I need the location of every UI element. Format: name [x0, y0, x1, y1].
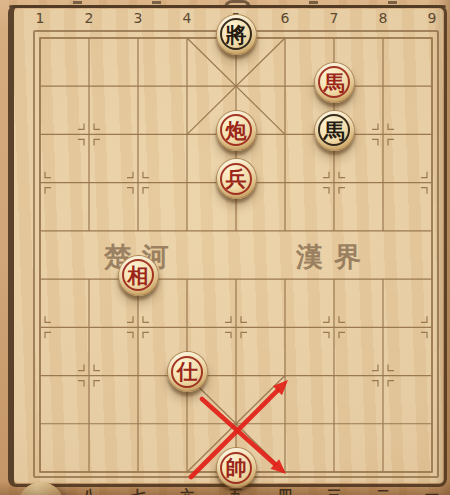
xiangqi-app-screen: 123456789九八七六五四三二一 楚河 漢界 將馬炮馬兵相仕帥 [0, 0, 450, 495]
move-annotation-arrows [0, 0, 450, 495]
